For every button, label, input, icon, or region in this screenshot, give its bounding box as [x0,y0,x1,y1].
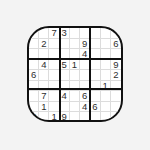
cell-r8c9 [111,102,121,113]
cell-r5c9: 2 [111,70,121,81]
cell-r7c9 [111,91,121,102]
block-line-vertical-right [89,28,91,120]
cell-r9c9 [111,112,121,122]
cell-r5c7 [90,70,100,81]
cell-r9c8 [101,112,111,122]
cell-r4c8 [101,60,111,71]
cell-r5c1: 6 [29,70,39,81]
cell-r9c7 [90,112,100,122]
cell-r8c2: 1 [39,102,49,113]
block-line-horizontal-bottom [29,88,121,90]
cell-r2c2: 2 [39,39,49,50]
cell-r4c2: 4 [39,60,49,71]
cell-r1c8 [101,28,111,39]
sudoku-app-icon[interactable]: 7329644519621746146819 [27,26,123,122]
cell-r1c2 [39,28,49,39]
block-line-vertical-left [59,28,61,120]
cell-r9c1: 8 [29,112,39,122]
cell-r8c7: 6 [90,102,100,113]
cell-r8c8 [101,102,111,113]
sudoku-grid: 7329644519621746146819 [29,28,121,120]
cell-r2c1 [29,39,39,50]
cell-r7c2: 7 [39,91,49,102]
cell-r7c7 [90,91,100,102]
cell-r5c5 [70,70,80,81]
cell-r2c8 [101,39,111,50]
cell-r1c5 [70,28,80,39]
cell-r9c5 [70,112,80,122]
cell-r4c4: 5 [60,60,70,71]
cell-r2c5 [70,39,80,50]
app-screen: 7329644519621746146819 [0,0,150,150]
cell-r1c9 [111,28,121,39]
cell-r1c1 [29,28,39,39]
cell-r2c7 [90,39,100,50]
cell-r2c4 [60,39,70,50]
cell-r5c2 [39,70,49,81]
cell-r8c5 [70,102,80,113]
block-line-horizontal-top [29,58,121,60]
cell-r2c9: 6 [111,39,121,50]
cell-r5c4 [60,70,70,81]
cell-r4c5: 1 [70,60,80,71]
cell-r9c2 [39,112,49,122]
cell-r1c4: 3 [60,28,70,39]
cell-r7c5 [70,91,80,102]
cell-r1c7 [90,28,100,39]
cell-r9c4: 9 [60,112,70,122]
cell-r4c7 [90,60,100,71]
cell-r5c8 [101,70,111,81]
cell-r7c8 [101,91,111,102]
cell-r7c4: 4 [60,91,70,102]
cell-r7c1 [29,91,39,102]
